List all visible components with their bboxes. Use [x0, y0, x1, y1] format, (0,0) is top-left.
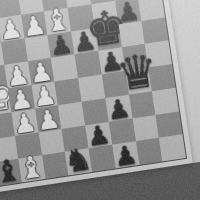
square-f7 — [91, 1, 118, 28]
square-d4 — [55, 78, 82, 105]
square-d1: ♞ — [65, 148, 92, 175]
square-h6 — [141, 17, 168, 44]
square-e5 — [74, 51, 101, 78]
square-c6 — [24, 35, 51, 62]
square-h5 — [145, 40, 172, 67]
square-h1 — [159, 134, 186, 161]
square-d7: ♝ — [44, 8, 71, 35]
square-d2 — [62, 125, 89, 152]
square-f3: ♟ — [105, 94, 132, 121]
square-f6: ♚ — [94, 24, 121, 51]
square-c7: ♟ — [20, 11, 47, 38]
square-d5 — [51, 55, 78, 82]
square-b5: ♟ — [4, 62, 31, 89]
square-f4 — [101, 71, 128, 98]
square-g5 — [121, 44, 148, 71]
photo-scene: ♟♟♝♟♟♟♚♟♟♟♚♟♟♛♟♟♟♟♝♝♞♟ — [0, 0, 200, 200]
square-c3: ♟ — [35, 105, 62, 132]
square-e6: ♟ — [71, 28, 98, 55]
piece-black-pawn: ♟ — [112, 141, 139, 170]
photo-canvas: ♟♟♝♟♟♟♚♟♟♟♚♟♟♛♟♟♟♟♝♝♞♟ — [0, 0, 200, 200]
square-c4: ♟ — [31, 82, 58, 109]
square-b6 — [1, 38, 28, 65]
square-e2: ♟ — [85, 121, 112, 148]
square-g4: ♛ — [125, 67, 152, 94]
square-g2 — [132, 114, 159, 141]
square-g1 — [136, 138, 163, 165]
square-e3 — [82, 98, 109, 125]
square-e7 — [67, 4, 94, 31]
square-e1 — [89, 145, 116, 172]
square-h2 — [155, 111, 182, 138]
square-c1 — [42, 152, 69, 179]
square-h3 — [152, 87, 179, 114]
square-f1: ♟ — [112, 141, 139, 168]
square-b2 — [15, 132, 42, 159]
square-b1: ♝ — [18, 155, 45, 182]
square-b3: ♟ — [11, 109, 38, 136]
chess-board: ♟♟♝♟♟♟♚♟♟♟♚♟♟♛♟♟♟♟♝♝♞♟ — [0, 0, 187, 187]
board-frame: ♟♟♝♟♟♟♚♟♟♟♚♟♟♛♟♟♟♟♝♝♞♟ — [0, 0, 193, 193]
